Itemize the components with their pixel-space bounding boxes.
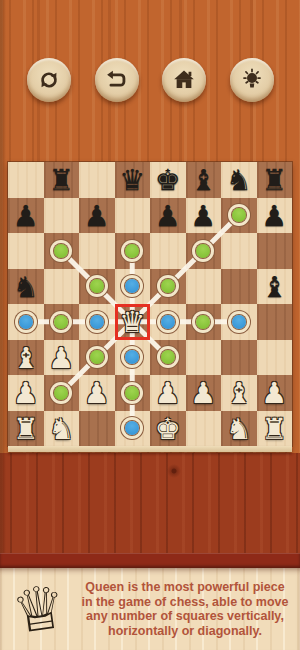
piece-white-rook-h1[interactable]: ♜ — [257, 411, 293, 447]
piece-black-bishop-h5[interactable]: ♝ — [257, 269, 293, 305]
move-dot-green-g7[interactable] — [232, 208, 246, 222]
square-f8[interactable]: ♝ — [186, 162, 222, 198]
square-a6[interactable] — [8, 233, 44, 269]
square-g7[interactable] — [221, 198, 257, 234]
square-e3[interactable] — [150, 340, 186, 376]
tutorial-text: Queen is the most powerful piece in the … — [78, 580, 300, 638]
square-b1[interactable]: ♞ — [44, 411, 80, 447]
piece-white-knight-b1[interactable]: ♞ — [44, 411, 80, 447]
move-dot-green-e3[interactable] — [161, 350, 175, 364]
square-d2[interactable] — [115, 375, 151, 411]
square-b6[interactable] — [44, 233, 80, 269]
move-dot-blue-e4[interactable] — [161, 315, 175, 329]
refresh-icon — [36, 67, 62, 93]
square-b2[interactable] — [44, 375, 80, 411]
square-f4[interactable] — [186, 304, 222, 340]
square-e4[interactable] — [150, 304, 186, 340]
square-e8[interactable]: ♚ — [150, 162, 186, 198]
square-f3[interactable] — [186, 340, 222, 376]
move-dot-green-c5[interactable] — [90, 279, 104, 293]
square-a2[interactable]: ♟ — [8, 375, 44, 411]
move-dot-green-f4[interactable] — [196, 315, 210, 329]
square-g5[interactable] — [221, 269, 257, 305]
square-d4[interactable]: ♛ — [115, 304, 151, 340]
square-b8[interactable]: ♜ — [44, 162, 80, 198]
square-a7[interactable]: ♟ — [8, 198, 44, 234]
square-c2[interactable]: ♟ — [79, 375, 115, 411]
piece-white-knight-g1[interactable]: ♞ — [221, 411, 257, 447]
piece-white-bishop-g2[interactable]: ♝ — [221, 375, 257, 411]
piece-black-rook-b8[interactable]: ♜ — [44, 162, 80, 198]
undo-button[interactable] — [95, 58, 139, 102]
piece-white-pawn-a2[interactable]: ♟ — [8, 375, 44, 411]
move-dot-green-c3[interactable] — [90, 350, 104, 364]
piece-black-knight-g8[interactable]: ♞ — [221, 162, 257, 198]
square-d7[interactable] — [115, 198, 151, 234]
square-c8[interactable] — [79, 162, 115, 198]
square-c7[interactable]: ♟ — [79, 198, 115, 234]
home-button[interactable] — [162, 58, 206, 102]
square-c5[interactable] — [79, 269, 115, 305]
square-g3[interactable] — [221, 340, 257, 376]
move-dot-green-b6[interactable] — [54, 244, 68, 258]
square-g2[interactable]: ♝ — [221, 375, 257, 411]
square-g1[interactable]: ♞ — [221, 411, 257, 447]
square-b7[interactable] — [44, 198, 80, 234]
piece-black-pawn-e7[interactable]: ♟ — [150, 198, 186, 234]
square-h1[interactable]: ♜ — [257, 411, 293, 447]
piece-black-queen-d8[interactable]: ♛ — [115, 162, 151, 198]
piece-white-king-e1[interactable]: ♚ — [150, 411, 186, 447]
move-dot-blue-d1[interactable] — [125, 421, 139, 435]
square-a5[interactable]: ♞ — [8, 269, 44, 305]
square-h8[interactable]: ♜ — [257, 162, 293, 198]
move-dot-green-b2[interactable] — [54, 386, 68, 400]
piece-white-pawn-e2[interactable]: ♟ — [150, 375, 186, 411]
move-dot-green-f6[interactable] — [196, 244, 210, 258]
move-dot-blue-g4[interactable] — [232, 315, 246, 329]
square-b4[interactable] — [44, 304, 80, 340]
piece-white-bishop-a3[interactable]: ♝ — [8, 340, 44, 376]
undo-arrow-icon — [104, 67, 130, 93]
square-f5[interactable] — [186, 269, 222, 305]
piece-white-pawn-f2[interactable]: ♟ — [186, 375, 222, 411]
square-a3[interactable]: ♝ — [8, 340, 44, 376]
square-d6[interactable] — [115, 233, 151, 269]
square-c4[interactable] — [79, 304, 115, 340]
piece-white-queen-d4[interactable]: ♛ — [115, 304, 151, 340]
square-h2[interactable]: ♟ — [257, 375, 293, 411]
square-d5[interactable] — [115, 269, 151, 305]
square-h7[interactable]: ♟ — [257, 198, 293, 234]
piece-black-pawn-h7[interactable]: ♟ — [257, 198, 293, 234]
board-bottom-bevel — [8, 446, 292, 452]
chess-board: ♜♛♚♝♞♜♟♟♟♟♟♞♝♛♝♟♟♟♟♟♝♟♜♞♚♞♜ — [8, 162, 292, 446]
square-a8[interactable] — [8, 162, 44, 198]
home-icon — [171, 67, 197, 93]
piece-white-rook-a1[interactable]: ♜ — [8, 411, 44, 447]
piece-black-pawn-c7[interactable]: ♟ — [79, 198, 115, 234]
square-g6[interactable] — [221, 233, 257, 269]
piece-black-king-e8[interactable]: ♚ — [150, 162, 186, 198]
piece-black-knight-a5[interactable]: ♞ — [8, 269, 44, 305]
tutorial-panel: ♕ Queen is the most powerful piece in th… — [0, 568, 300, 650]
move-dot-blue-d3[interactable] — [125, 350, 139, 364]
square-g8[interactable]: ♞ — [221, 162, 257, 198]
wood-background-below-board — [0, 453, 300, 553]
square-f6[interactable] — [186, 233, 222, 269]
piece-black-pawn-a7[interactable]: ♟ — [8, 198, 44, 234]
square-g4[interactable] — [221, 304, 257, 340]
move-dot-blue-c4[interactable] — [90, 315, 104, 329]
square-f7[interactable]: ♟ — [186, 198, 222, 234]
square-f2[interactable]: ♟ — [186, 375, 222, 411]
toolbar — [0, 58, 300, 102]
square-c6[interactable] — [79, 233, 115, 269]
square-c1[interactable] — [79, 411, 115, 447]
move-dot-blue-d5[interactable] — [125, 279, 139, 293]
move-dot-blue-a4[interactable] — [19, 315, 33, 329]
square-d3[interactable] — [115, 340, 151, 376]
move-dot-green-d2[interactable] — [125, 386, 139, 400]
square-e1[interactable]: ♚ — [150, 411, 186, 447]
square-f1[interactable] — [186, 411, 222, 447]
piece-black-pawn-f7[interactable]: ♟ — [186, 198, 222, 234]
move-dot-green-d6[interactable] — [125, 244, 139, 258]
square-b3[interactable]: ♟ — [44, 340, 80, 376]
queen-outline-icon: ♕ — [0, 565, 83, 650]
square-d8[interactable]: ♛ — [115, 162, 151, 198]
square-h4[interactable] — [257, 304, 293, 340]
square-e2[interactable]: ♟ — [150, 375, 186, 411]
piece-black-rook-h8[interactable]: ♜ — [257, 162, 293, 198]
maroon-divider-band — [0, 553, 300, 568]
lightbulb-icon — [239, 67, 265, 93]
piece-white-pawn-b3[interactable]: ♟ — [44, 340, 80, 376]
hint-button[interactable] — [230, 58, 274, 102]
piece-black-bishop-f8[interactable]: ♝ — [186, 162, 222, 198]
square-h5[interactable]: ♝ — [257, 269, 293, 305]
restart-button[interactable] — [27, 58, 71, 102]
square-a1[interactable]: ♜ — [8, 411, 44, 447]
square-e6[interactable] — [150, 233, 186, 269]
square-e5[interactable] — [150, 269, 186, 305]
square-e7[interactable]: ♟ — [150, 198, 186, 234]
piece-white-pawn-c2[interactable]: ♟ — [79, 375, 115, 411]
piece-white-pawn-h2[interactable]: ♟ — [257, 375, 293, 411]
square-d1[interactable] — [115, 411, 151, 447]
move-dot-green-e5[interactable] — [161, 279, 175, 293]
square-b5[interactable] — [44, 269, 80, 305]
square-c3[interactable] — [79, 340, 115, 376]
square-h3[interactable] — [257, 340, 293, 376]
square-a4[interactable] — [8, 304, 44, 340]
square-h6[interactable] — [257, 233, 293, 269]
move-dot-green-b4[interactable] — [54, 315, 68, 329]
